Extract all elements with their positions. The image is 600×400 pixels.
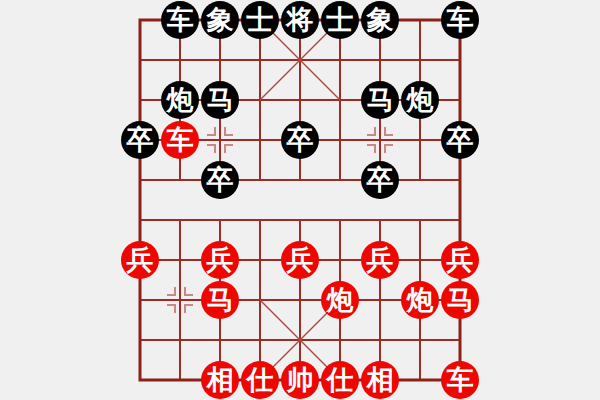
- piece-black-elephant[interactable]: 象: [201, 1, 239, 39]
- piece-black-soldier[interactable]: 卒: [441, 121, 479, 159]
- piece-red-horse[interactable]: 马: [201, 281, 239, 319]
- piece-red-cannon[interactable]: 炮: [401, 281, 439, 319]
- piece-red-advisor[interactable]: 仕: [241, 361, 279, 399]
- piece-red-soldier[interactable]: 兵: [201, 241, 239, 279]
- piece-black-general[interactable]: 将: [281, 1, 319, 39]
- piece-red-chariot[interactable]: 车: [441, 361, 479, 399]
- piece-black-elephant[interactable]: 象: [361, 1, 399, 39]
- piece-red-general[interactable]: 帅: [281, 361, 319, 399]
- piece-black-cannon[interactable]: 炮: [401, 81, 439, 119]
- piece-black-cannon[interactable]: 炮: [161, 81, 199, 119]
- piece-red-soldier[interactable]: 兵: [441, 241, 479, 279]
- piece-black-horse[interactable]: 马: [361, 81, 399, 119]
- xiangqi-app: 车象士将士象车炮马马炮卒车卒卒卒卒兵兵兵兵兵马炮炮马相仕帅仕相车: [0, 0, 600, 400]
- piece-black-soldier[interactable]: 卒: [281, 121, 319, 159]
- piece-black-chariot[interactable]: 车: [161, 1, 199, 39]
- piece-red-horse[interactable]: 马: [441, 281, 479, 319]
- piece-red-advisor[interactable]: 仕: [321, 361, 359, 399]
- xiangqi-board: 车象士将士象车炮马马炮卒车卒卒卒卒兵兵兵兵兵马炮炮马相仕帅仕相车: [120, 0, 480, 400]
- piece-red-chariot[interactable]: 车: [161, 121, 199, 159]
- piece-red-elephant[interactable]: 相: [201, 361, 239, 399]
- piece-red-elephant[interactable]: 相: [361, 361, 399, 399]
- piece-red-soldier[interactable]: 兵: [361, 241, 399, 279]
- piece-black-horse[interactable]: 马: [201, 81, 239, 119]
- piece-black-advisor[interactable]: 士: [241, 1, 279, 39]
- pieces-layer: 车象士将士象车炮马马炮卒车卒卒卒卒兵兵兵兵兵马炮炮马相仕帅仕相车: [120, 0, 480, 400]
- piece-black-soldier[interactable]: 卒: [121, 121, 159, 159]
- piece-black-soldier[interactable]: 卒: [361, 161, 399, 199]
- piece-black-chariot[interactable]: 车: [441, 1, 479, 39]
- piece-black-soldier[interactable]: 卒: [201, 161, 239, 199]
- piece-red-soldier[interactable]: 兵: [281, 241, 319, 279]
- piece-black-advisor[interactable]: 士: [321, 1, 359, 39]
- piece-red-soldier[interactable]: 兵: [121, 241, 159, 279]
- piece-red-cannon[interactable]: 炮: [321, 281, 359, 319]
